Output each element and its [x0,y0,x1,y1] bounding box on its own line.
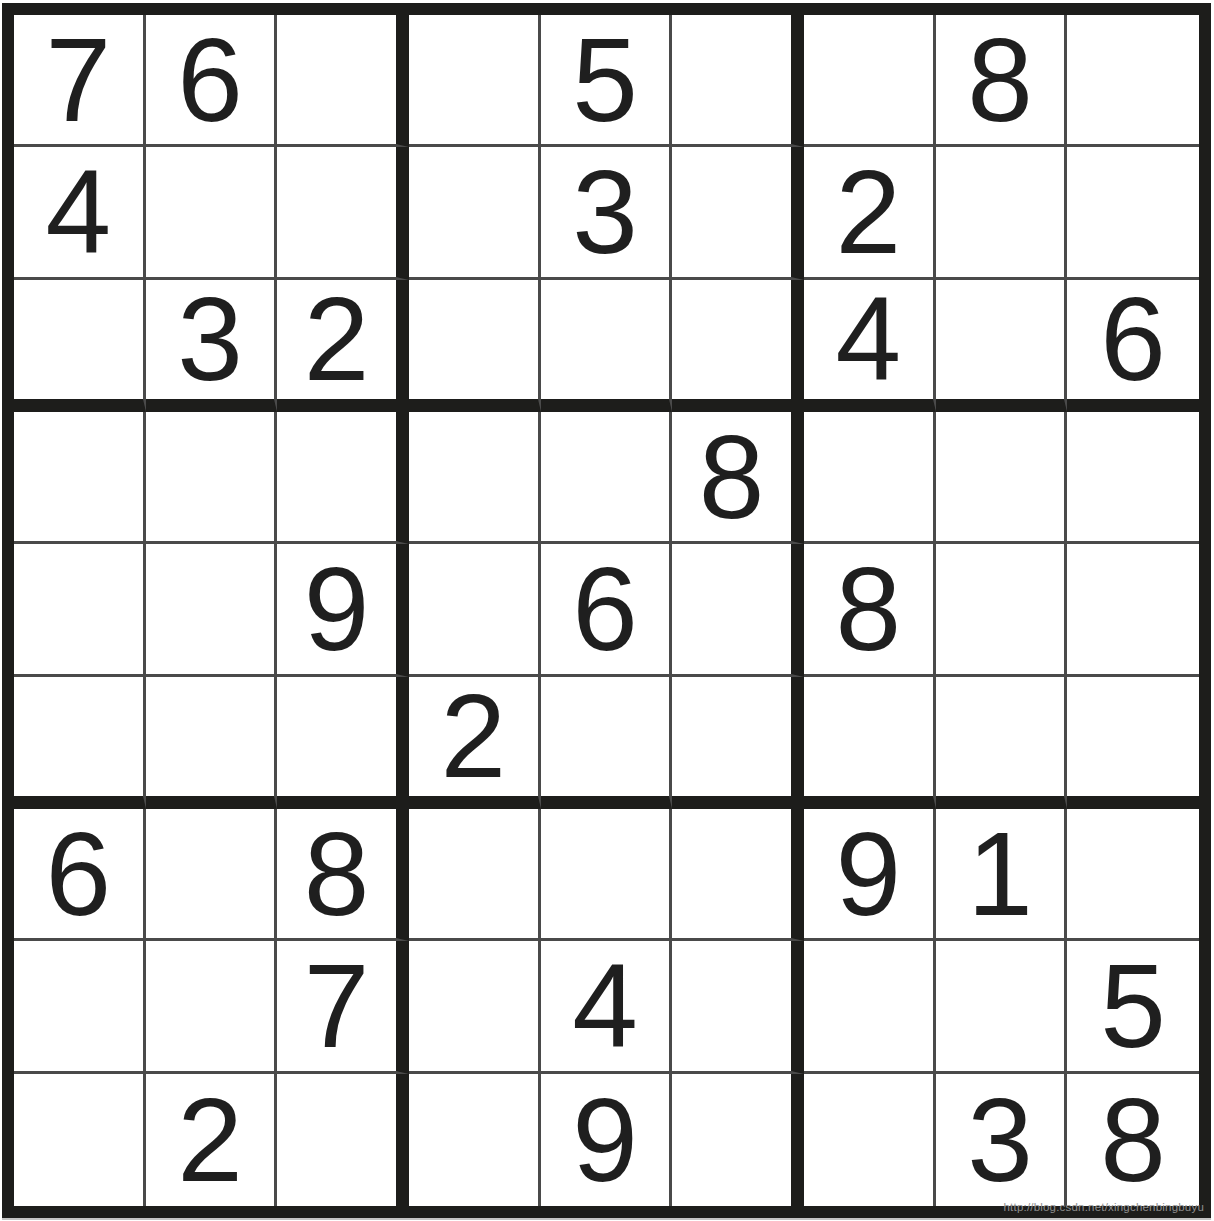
cell-r4c3[interactable] [277,412,409,544]
cell-r2c5[interactable]: 3 [541,147,673,279]
cell-r7c6[interactable] [672,809,804,941]
cell-r1c8[interactable]: 8 [936,15,1068,147]
cell-r3c5[interactable] [541,280,673,412]
cell-r6c6[interactable] [672,677,804,809]
cell-r1c7[interactable] [804,15,936,147]
cell-r4c2[interactable] [146,412,278,544]
cell-r1c6[interactable] [672,15,804,147]
cell-r3c4[interactable] [409,280,541,412]
cell-r1c5[interactable]: 5 [541,15,673,147]
cell-r9c1[interactable] [14,1074,146,1206]
cell-r5c7[interactable]: 8 [804,544,936,676]
cell-r5c8[interactable] [936,544,1068,676]
cell-r6c3[interactable] [277,677,409,809]
cell-r6c8[interactable] [936,677,1068,809]
cell-r2c3[interactable] [277,147,409,279]
cell-r8c8[interactable] [936,941,1068,1073]
cell-r4c5[interactable] [541,412,673,544]
cell-r4c6[interactable]: 8 [672,412,804,544]
cell-r2c9[interactable] [1067,147,1199,279]
cell-r1c2[interactable]: 6 [146,15,278,147]
cell-r7c4[interactable] [409,809,541,941]
cell-r8c9[interactable]: 5 [1067,941,1199,1073]
cell-r9c6[interactable] [672,1074,804,1206]
cell-r8c1[interactable] [14,941,146,1073]
cell-r6c2[interactable] [146,677,278,809]
cell-r9c3[interactable] [277,1074,409,1206]
cell-r8c6[interactable] [672,941,804,1073]
cell-r6c4[interactable]: 2 [409,677,541,809]
watermark-url: http://blog.csdn.net/xingchenbingbuyu [1004,1201,1205,1213]
cell-r9c7[interactable] [804,1074,936,1206]
cell-r5c5[interactable]: 6 [541,544,673,676]
cell-r6c7[interactable] [804,677,936,809]
cell-r9c2[interactable]: 2 [146,1074,278,1206]
cell-r5c6[interactable] [672,544,804,676]
sudoku-board: 765843232468968268917452938 [2,3,1211,1218]
cell-r3c3[interactable]: 2 [277,280,409,412]
cell-r8c7[interactable] [804,941,936,1073]
cell-r9c8[interactable]: 3 [936,1074,1068,1206]
cell-r7c1[interactable]: 6 [14,809,146,941]
cell-r3c9[interactable]: 6 [1067,280,1199,412]
cell-r2c1[interactable]: 4 [14,147,146,279]
cell-r5c1[interactable] [14,544,146,676]
cell-r5c9[interactable] [1067,544,1199,676]
cell-r2c7[interactable]: 2 [804,147,936,279]
cell-r3c6[interactable] [672,280,804,412]
cell-r5c2[interactable] [146,544,278,676]
cell-r6c1[interactable] [14,677,146,809]
cell-r6c5[interactable] [541,677,673,809]
cell-r1c1[interactable]: 7 [14,15,146,147]
cell-r7c3[interactable]: 8 [277,809,409,941]
cell-r7c7[interactable]: 9 [804,809,936,941]
cell-r4c7[interactable] [804,412,936,544]
cell-r7c5[interactable] [541,809,673,941]
cell-r2c6[interactable] [672,147,804,279]
cell-r1c9[interactable] [1067,15,1199,147]
cell-r1c4[interactable] [409,15,541,147]
cell-r7c9[interactable] [1067,809,1199,941]
cell-r3c1[interactable] [14,280,146,412]
cell-r7c8[interactable]: 1 [936,809,1068,941]
cell-r9c5[interactable]: 9 [541,1074,673,1206]
cell-r9c9[interactable]: 8 [1067,1074,1199,1206]
cell-r2c8[interactable] [936,147,1068,279]
cell-r8c2[interactable] [146,941,278,1073]
cell-r9c4[interactable] [409,1074,541,1206]
cell-r5c4[interactable] [409,544,541,676]
cell-r4c8[interactable] [936,412,1068,544]
cell-r3c2[interactable]: 3 [146,280,278,412]
cell-r3c8[interactable] [936,280,1068,412]
cell-r1c3[interactable] [277,15,409,147]
cell-r8c3[interactable]: 7 [277,941,409,1073]
cell-r4c9[interactable] [1067,412,1199,544]
cell-r5c3[interactable]: 9 [277,544,409,676]
cell-r4c4[interactable] [409,412,541,544]
cell-r2c2[interactable] [146,147,278,279]
cell-r3c7[interactable]: 4 [804,280,936,412]
cell-r7c2[interactable] [146,809,278,941]
cell-r4c1[interactable] [14,412,146,544]
cell-r8c4[interactable] [409,941,541,1073]
cell-r8c5[interactable]: 4 [541,941,673,1073]
cell-r2c4[interactable] [409,147,541,279]
cell-r6c9[interactable] [1067,677,1199,809]
